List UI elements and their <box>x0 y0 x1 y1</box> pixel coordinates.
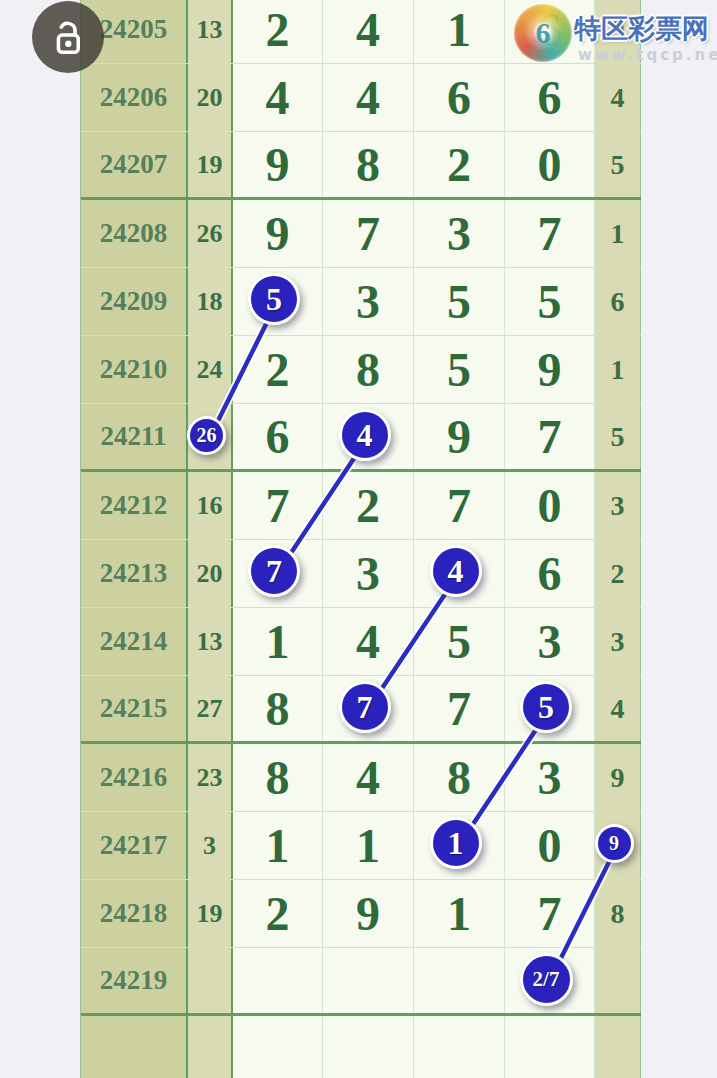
sum-cell: 20 <box>188 540 233 607</box>
period-cell: 24215 <box>81 676 188 741</box>
digit-cell: 1 <box>233 608 323 675</box>
digit-cell: 1 <box>233 812 323 879</box>
digit-cell: 8 <box>323 336 414 403</box>
digit-cell <box>323 948 414 1013</box>
extra-cell: 6 <box>595 268 641 335</box>
sum-cell <box>188 948 233 1013</box>
trend-table: 2420513241692420620446642420719982052420… <box>80 0 641 1078</box>
site-logo[interactable]: 6 特区彩票网 www.tqcp.net <box>512 2 717 68</box>
period-cell: 24213 <box>81 540 188 607</box>
period-cell: 24208 <box>81 200 188 267</box>
digit-cell: 7 <box>414 676 505 741</box>
table-row: 242141314533 <box>81 608 641 676</box>
table-row <box>81 1016 641 1078</box>
sum-cell: 13 <box>188 608 233 675</box>
extra-cell: 1 <box>595 200 641 267</box>
digit-cell: 8 <box>414 744 505 811</box>
period-cell: 24207 <box>81 132 188 197</box>
table-row: 242121672703 <box>81 472 641 540</box>
digit-cell: 3 <box>323 540 414 607</box>
digit-cell: 5 <box>414 608 505 675</box>
sum-cell: 23 <box>188 744 233 811</box>
extra-cell: 8 <box>595 880 641 947</box>
unlocked-padlock-icon <box>45 14 91 60</box>
extra-cell: 5 <box>595 132 641 197</box>
digit-cell: 4 <box>233 64 323 131</box>
digit-cell: 9 <box>233 132 323 197</box>
sum-cell: 19 <box>188 880 233 947</box>
digit-cell: 3 <box>414 200 505 267</box>
period-cell: 24218 <box>81 880 188 947</box>
marker-circle: 4 <box>430 545 482 597</box>
lock-button[interactable] <box>32 1 104 73</box>
period-cell <box>81 1016 188 1078</box>
extra-cell: 3 <box>595 608 641 675</box>
table-row: 2421320362 <box>81 540 641 608</box>
logo-center-glyph: 6 <box>514 4 572 62</box>
sum-cell: 3 <box>188 812 233 879</box>
sum-cell: 27 <box>188 676 233 741</box>
extra-cell: 9 <box>595 744 641 811</box>
marker-circle: 4 <box>339 409 391 461</box>
digit-cell: 6 <box>505 64 595 131</box>
extra-cell: 1 <box>595 336 641 403</box>
digit-cell: 9 <box>233 200 323 267</box>
extra-cell: 4 <box>595 64 641 131</box>
table-row: 242082697371 <box>81 200 641 268</box>
marker-circle: 9 <box>595 824 634 863</box>
marker-circle: 7 <box>339 681 391 733</box>
digit-cell: 3 <box>323 268 414 335</box>
sum-cell: 20 <box>188 64 233 131</box>
digit-cell: 2 <box>233 336 323 403</box>
digit-cell <box>323 1016 414 1078</box>
digit-cell: 6 <box>505 540 595 607</box>
marker-circle: 5 <box>520 681 572 733</box>
digit-cell: 1 <box>414 0 505 63</box>
marker-circle: 26 <box>187 416 226 455</box>
digit-cell: 2 <box>414 132 505 197</box>
digit-cell: 2 <box>233 880 323 947</box>
digit-cell: 7 <box>323 200 414 267</box>
digit-cell: 4 <box>323 0 414 63</box>
marker-circle: 1 <box>430 817 482 869</box>
digit-cell: 6 <box>414 64 505 131</box>
digit-cell: 0 <box>505 132 595 197</box>
digit-cell: 5 <box>414 336 505 403</box>
site-title: 特区彩票网 <box>574 11 716 47</box>
period-cell: 24211 <box>81 404 188 469</box>
table-row: 242102428591 <box>81 336 641 404</box>
period-cell: 24214 <box>81 608 188 675</box>
digit-cell: 7 <box>505 200 595 267</box>
digit-cell: 5 <box>414 268 505 335</box>
digit-cell: 8 <box>323 132 414 197</box>
table-row: 242173110 <box>81 812 641 880</box>
period-cell: 24212 <box>81 472 188 539</box>
extra-cell: 5 <box>595 404 641 469</box>
sum-cell <box>188 1016 233 1078</box>
digit-cell: 1 <box>414 880 505 947</box>
digit-cell <box>505 1016 595 1078</box>
sum-cell: 13 <box>188 0 233 63</box>
digit-cell: 6 <box>233 404 323 469</box>
table-row: 242181929178 <box>81 880 641 948</box>
table-row: 242162384839 <box>81 744 641 812</box>
digit-cell: 8 <box>233 676 323 741</box>
digit-cell: 2 <box>233 0 323 63</box>
digit-cell: 5 <box>505 268 595 335</box>
digit-cell: 3 <box>505 608 595 675</box>
digit-cell: 4 <box>323 608 414 675</box>
marker-circle: 2/7 <box>520 953 573 1006</box>
digit-cell: 7 <box>505 880 595 947</box>
digit-cell: 8 <box>233 744 323 811</box>
digit-cell: 9 <box>323 880 414 947</box>
extra-cell: 2 <box>595 540 641 607</box>
extra-cell <box>595 948 641 1013</box>
extra-cell: 3 <box>595 472 641 539</box>
extra-cell <box>595 1016 641 1078</box>
marker-circle: 7 <box>248 545 300 597</box>
table-row: 24209183556 <box>81 268 641 336</box>
sum-cell: 18 <box>188 268 233 335</box>
table-row: 242062044664 <box>81 64 641 132</box>
digit-cell <box>414 948 505 1013</box>
digit-cell: 7 <box>505 404 595 469</box>
period-cell: 24216 <box>81 744 188 811</box>
period-cell: 24206 <box>81 64 188 131</box>
table-row: 242071998205 <box>81 132 641 200</box>
digit-cell: 9 <box>505 336 595 403</box>
sum-cell: 16 <box>188 472 233 539</box>
period-cell: 24210 <box>81 336 188 403</box>
digit-cell: 0 <box>505 812 595 879</box>
digit-cell <box>414 1016 505 1078</box>
digit-cell: 9 <box>414 404 505 469</box>
digit-cell <box>233 948 323 1013</box>
extra-cell: 4 <box>595 676 641 741</box>
sum-cell: 26 <box>188 200 233 267</box>
sum-cell: 19 <box>188 132 233 197</box>
digit-cell: 2 <box>323 472 414 539</box>
digit-cell: 1 <box>323 812 414 879</box>
period-cell: 24217 <box>81 812 188 879</box>
digit-cell: 7 <box>414 472 505 539</box>
sum-cell: 24 <box>188 336 233 403</box>
digit-cell: 7 <box>233 472 323 539</box>
digit-cell: 0 <box>505 472 595 539</box>
digit-cell: 3 <box>505 744 595 811</box>
digit-cell <box>233 1016 323 1078</box>
period-cell: 24209 <box>81 268 188 335</box>
swirl-logo-icon: 6 <box>514 4 572 62</box>
digit-cell: 4 <box>323 64 414 131</box>
lottery-trend-page: 2420513241692420620446642420719982052420… <box>0 0 717 1078</box>
period-cell: 24219 <box>81 948 188 1013</box>
marker-circle: 5 <box>248 273 300 325</box>
digit-cell: 4 <box>323 744 414 811</box>
site-url: www.tqcp.net <box>578 46 717 64</box>
